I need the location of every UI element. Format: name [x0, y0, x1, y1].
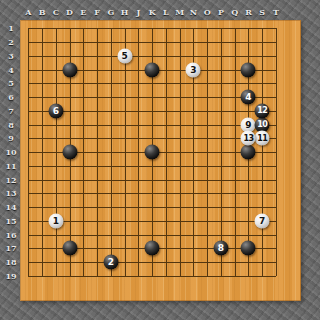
coord-label-row-13: 13: [5, 189, 16, 197]
coord-label-row-19: 19: [5, 272, 16, 280]
stone-setup-black-K10: [145, 145, 160, 160]
grid-line-col-P: [221, 28, 222, 276]
stone-move-4-black-R6: 4: [241, 90, 256, 105]
move-number-label: 13: [243, 134, 253, 142]
move-number-label: 10: [257, 121, 267, 129]
coord-label-col-B: B: [39, 8, 46, 16]
stone-move-6-black-C7: 6: [48, 103, 63, 118]
coord-label-col-O: O: [204, 8, 211, 16]
coord-label-col-E: E: [80, 8, 86, 16]
coord-label-row-16: 16: [5, 231, 16, 239]
go-board[interactable]: [20, 20, 301, 301]
coord-label-col-K: K: [149, 8, 156, 16]
coord-label-col-C: C: [53, 8, 59, 16]
move-number-label: 4: [245, 93, 251, 102]
coord-label-col-L: L: [163, 8, 169, 16]
move-number-label: 8: [218, 244, 224, 253]
coord-label-col-P: P: [218, 8, 224, 16]
coord-label-col-T: T: [273, 8, 279, 16]
coord-label-row-14: 14: [5, 203, 16, 211]
stone-move-9-white-R8: 9: [241, 117, 256, 132]
coord-label-col-Q: Q: [231, 8, 238, 16]
stone-move-5-white-H3: 5: [117, 48, 132, 63]
go-diagram: ABCDEFGHJKLMNOPQRST123456789101112131415…: [0, 0, 320, 320]
coord-label-row-12: 12: [5, 176, 16, 184]
move-number-label: 2: [108, 258, 114, 267]
grid-line-col-O: [207, 28, 208, 276]
coord-label-row-6: 6: [8, 93, 14, 101]
stone-move-2-black-G18: 2: [103, 255, 118, 270]
grid-line-row-13: [28, 193, 276, 194]
move-number-label: 5: [121, 51, 127, 60]
grid-line-row-19: [28, 276, 276, 277]
grid-line-col-Q: [235, 28, 236, 276]
stone-setup-black-D10: [62, 145, 77, 160]
move-number-label: 7: [259, 216, 265, 225]
grid-line-col-S: [262, 28, 263, 276]
grid-line-col-T: [276, 28, 277, 276]
coord-label-col-F: F: [94, 8, 100, 16]
coord-label-col-D: D: [66, 8, 73, 16]
coord-label-col-R: R: [245, 8, 252, 16]
coord-label-col-N: N: [190, 8, 197, 16]
grid-line-row-18: [28, 262, 276, 263]
stone-move-3-white-N4: 3: [186, 62, 201, 77]
coord-label-col-G: G: [107, 8, 114, 16]
coord-label-row-1: 1: [8, 24, 14, 32]
coord-label-col-S: S: [259, 8, 265, 16]
stone-move-7-white-S15: 7: [255, 213, 270, 228]
move-number-label: 3: [190, 65, 196, 74]
coord-label-col-M: M: [175, 8, 184, 16]
move-number-label: 6: [53, 106, 59, 115]
coord-label-row-3: 3: [8, 52, 14, 60]
coord-label-row-2: 2: [8, 38, 14, 46]
coord-label-row-17: 17: [5, 244, 16, 252]
move-number-label: 9: [245, 120, 251, 129]
coord-label-row-4: 4: [8, 66, 14, 74]
coord-label-row-18: 18: [5, 258, 16, 266]
coord-label-row-5: 5: [8, 79, 14, 87]
stone-setup-black-D17: [62, 241, 77, 256]
grid-line-row-14: [28, 207, 276, 208]
grid-line-row-15: [28, 221, 276, 222]
coord-label-row-9: 9: [8, 134, 14, 142]
stone-setup-black-D4: [62, 62, 77, 77]
stone-setup-black-K17: [145, 241, 160, 256]
coord-label-row-10: 10: [5, 148, 16, 156]
grid-line-row-11: [28, 166, 276, 167]
coord-label-row-11: 11: [5, 162, 16, 170]
stone-setup-black-R4: [241, 62, 256, 77]
stone-move-8-black-P17: 8: [213, 241, 228, 256]
stone-move-1-white-C15: 1: [48, 213, 63, 228]
stone-move-10-black-S8: 10: [255, 117, 270, 132]
move-number-label: 12: [257, 107, 267, 115]
stone-setup-black-K4: [145, 62, 160, 77]
coord-label-row-7: 7: [8, 107, 14, 115]
stone-setup-black-R17: [241, 241, 256, 256]
grid-line-col-L: [166, 28, 167, 276]
stone-setup-black-R10: [241, 145, 256, 160]
coord-label-row-8: 8: [8, 121, 14, 129]
stone-move-13-white-R9: 13: [241, 131, 256, 146]
move-number-label: 11: [257, 134, 267, 142]
grid-line-row-16: [28, 235, 276, 236]
grid-line-row-12: [28, 180, 276, 181]
coord-label-col-J: J: [136, 8, 140, 16]
move-number-label: 1: [53, 216, 59, 225]
stone-move-12-black-S7: 12: [255, 103, 270, 118]
coord-label-col-A: A: [25, 8, 31, 16]
coord-label-row-15: 15: [5, 217, 16, 225]
stone-move-11-white-S9: 11: [255, 131, 270, 146]
grid-line-col-M: [180, 28, 181, 276]
coord-label-col-H: H: [121, 8, 129, 16]
